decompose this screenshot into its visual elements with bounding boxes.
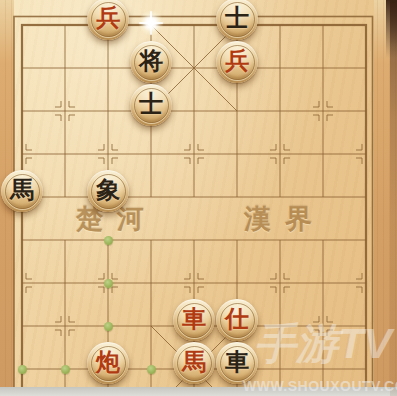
piece-red-horse[interactable]: 馬 (173, 342, 215, 384)
move-hint-dot[interactable] (104, 279, 113, 288)
sparkle-effect (138, 10, 164, 36)
move-hint-dot[interactable] (147, 365, 156, 374)
piece-red-soldier[interactable]: 兵 (216, 41, 258, 83)
move-hint-dot[interactable] (18, 365, 27, 374)
move-hint-dot[interactable] (104, 236, 113, 245)
piece-glyph: 炮 (96, 350, 120, 374)
xiangqi-game-screenshot: 楚河 漢界 兵士将兵士馬象車仕炮馬車 手游TV WWW.SHOUXOUTV.CO… (0, 0, 397, 396)
piece-black-horse[interactable]: 馬 (1, 170, 43, 212)
piece-glyph: 士 (139, 92, 163, 116)
piece-glyph: 車 (182, 307, 206, 331)
move-hint-dot[interactable] (104, 322, 113, 331)
piece-glyph: 象 (96, 178, 120, 202)
piece-red-soldier[interactable]: 兵 (87, 0, 129, 40)
bottom-crop-band (0, 387, 397, 396)
board-play-area[interactable]: 兵士将兵士馬象車仕炮馬車 (0, 0, 397, 396)
piece-glyph: 馬 (182, 350, 206, 374)
piece-black-advisor[interactable]: 士 (130, 84, 172, 126)
piece-black-chariot[interactable]: 車 (216, 342, 258, 384)
piece-black-elephant[interactable]: 象 (87, 170, 129, 212)
piece-black-advisor[interactable]: 士 (216, 0, 258, 40)
piece-glyph: 兵 (96, 6, 120, 30)
piece-glyph: 兵 (225, 49, 249, 73)
piece-glyph: 士 (225, 6, 249, 30)
piece-red-cannon[interactable]: 炮 (87, 342, 129, 384)
piece-black-general[interactable]: 将 (130, 41, 172, 83)
piece-glyph: 将 (139, 49, 163, 73)
piece-red-chariot[interactable]: 車 (173, 299, 215, 341)
piece-glyph: 馬 (10, 178, 34, 202)
piece-glyph: 仕 (225, 307, 249, 331)
piece-glyph: 車 (225, 350, 249, 374)
piece-red-advisor[interactable]: 仕 (216, 299, 258, 341)
move-hint-dot[interactable] (61, 365, 70, 374)
